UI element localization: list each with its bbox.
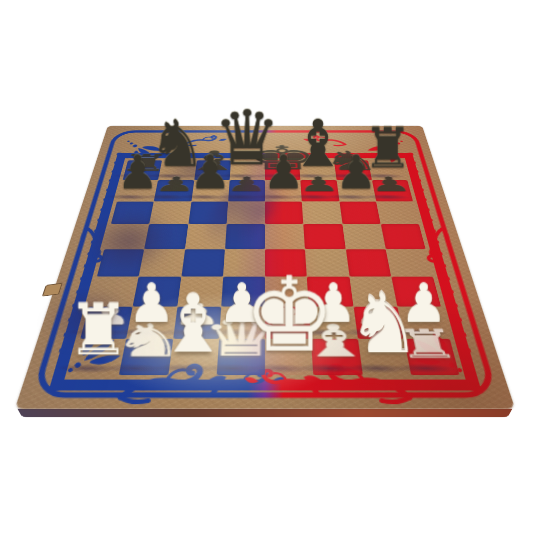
- square-h6: [376, 201, 419, 224]
- chessboard-perspective-wrapper: ♜♞♝♛♚♝♞♜♟♟♟♟♟♟♟♟♟♟♟♟♟♟♟♟♜♞♝♛♚♝♞♜: [15, 126, 515, 409]
- square-d5: [225, 224, 265, 249]
- square-f1: ♝: [311, 339, 362, 375]
- square-f7: ♟: [301, 180, 339, 201]
- square-f4: [305, 249, 349, 276]
- square-h7: ♟: [372, 180, 413, 201]
- square-e8: ♚: [265, 160, 301, 180]
- square-e3: [265, 276, 309, 306]
- square-c4: [181, 249, 225, 276]
- square-a2: ♟: [80, 306, 133, 339]
- piece-black-rook-h8: ♜: [363, 122, 413, 173]
- square-c3: [177, 276, 223, 306]
- square-a1: ♜: [70, 339, 126, 375]
- square-e7: ♟: [265, 180, 302, 201]
- square-b4: [139, 249, 185, 276]
- square-c5: [185, 224, 227, 249]
- square-b5: [144, 224, 188, 249]
- square-b2: ♟: [126, 306, 177, 339]
- square-g6: [339, 201, 381, 224]
- square-a7: ♟: [117, 180, 158, 201]
- square-g7: ♟: [336, 180, 376, 201]
- square-h5: [381, 224, 426, 249]
- square-c2: ♟: [173, 306, 221, 339]
- piece-shadow: [54, 363, 122, 373]
- square-d6: [226, 201, 265, 224]
- square-g4: [345, 249, 391, 276]
- square-a8: ♜: [123, 160, 163, 180]
- square-g1: ♞: [357, 339, 410, 375]
- square-h4: [386, 249, 433, 276]
- square-e5: [265, 224, 305, 249]
- square-b6: [149, 201, 191, 224]
- piece-shadow: [104, 194, 156, 200]
- square-g8: ♞: [334, 160, 372, 180]
- square-a3: [89, 276, 139, 306]
- square-a6: [111, 201, 154, 224]
- square-f8: ♝: [299, 160, 336, 180]
- square-c7: ♟: [191, 180, 229, 201]
- square-e1: ♚: [265, 339, 314, 375]
- square-e6: [265, 201, 304, 224]
- square-e4: [265, 249, 307, 276]
- square-c6: [188, 201, 228, 224]
- square-b8: ♞: [158, 160, 196, 180]
- square-d8: ♛: [229, 160, 265, 180]
- square-h8: ♜: [368, 160, 408, 180]
- piece-shadow: [110, 174, 160, 179]
- square-h2: ♟: [397, 306, 450, 339]
- board-latch: [42, 283, 63, 297]
- square-b7: ♟: [154, 180, 194, 201]
- square-c1: ♝: [168, 339, 219, 375]
- square-d7: ♟: [228, 180, 265, 201]
- piece-shadow: [65, 328, 130, 337]
- square-a4: [97, 249, 144, 276]
- chessboard: ♜♞♝♛♚♝♞♜♟♟♟♟♟♟♟♟♟♟♟♟♟♟♟♟♜♞♝♛♚♝♞♜: [15, 126, 515, 409]
- square-f6: [302, 201, 342, 224]
- square-d4: [223, 249, 265, 276]
- square-b3: [133, 276, 181, 306]
- photo-canvas: ♜♞♝♛♚♝♞♜♟♟♟♟♟♟♟♟♟♟♟♟♟♟♟♟♜♞♝♛♚♝♞♜: [0, 0, 533, 533]
- square-d3: [221, 276, 265, 306]
- square-g3: [349, 276, 397, 306]
- square-f5: [304, 224, 346, 249]
- square-d2: ♟: [219, 306, 265, 339]
- checkerboard-grid: ♜♞♝♛♚♝♞♜♟♟♟♟♟♟♟♟♟♟♟♟♟♟♟♟♜♞♝♛♚♝♞♜: [70, 160, 459, 375]
- square-f3: [307, 276, 353, 306]
- square-h1: ♜: [404, 339, 460, 375]
- square-d1: ♛: [216, 339, 265, 375]
- square-c8: ♝: [194, 160, 231, 180]
- square-f2: ♟: [309, 306, 357, 339]
- square-h3: [391, 276, 441, 306]
- square-b1: ♞: [119, 339, 172, 375]
- square-g5: [342, 224, 386, 249]
- square-g2: ♟: [353, 306, 404, 339]
- board-side-edge: [17, 409, 512, 418]
- square-e2: ♟: [265, 306, 311, 339]
- square-a5: [104, 224, 149, 249]
- piece-white-bishop-f1: ♝: [299, 322, 373, 363]
